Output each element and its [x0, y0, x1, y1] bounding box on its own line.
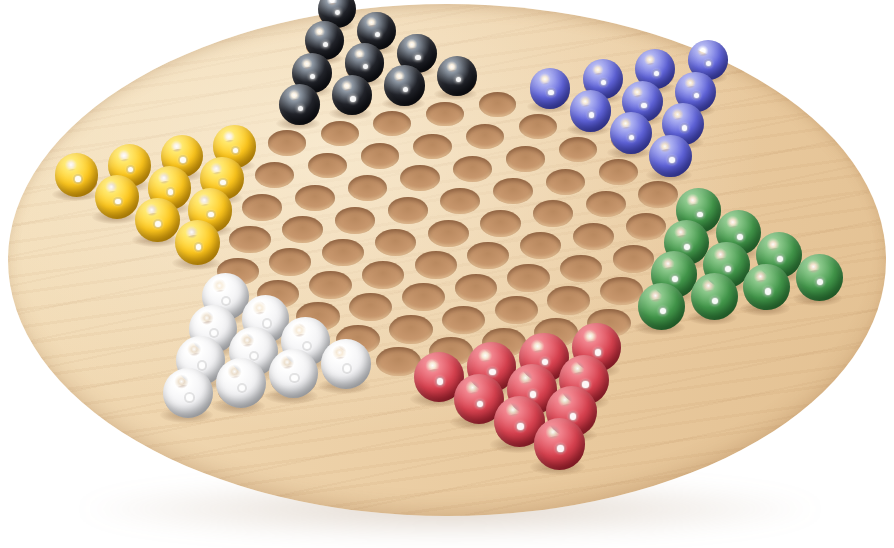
reflection-dot — [737, 234, 743, 240]
reflection-dot — [350, 96, 355, 101]
marble-green[interactable] — [691, 273, 738, 320]
reflection-dot — [335, 10, 340, 15]
hole[interactable] — [586, 191, 626, 218]
reflection-dot — [682, 125, 687, 130]
reflection-dot — [186, 394, 193, 401]
reflection-dot — [530, 391, 537, 398]
hole[interactable] — [638, 181, 678, 207]
hole[interactable] — [255, 162, 294, 188]
reflection-dot — [251, 353, 257, 359]
reflection-dot — [777, 256, 783, 262]
marble-black[interactable] — [437, 56, 477, 96]
reflection-dot — [363, 64, 368, 69]
reflection-dot — [155, 221, 161, 227]
reflection-dot — [180, 157, 186, 163]
reflection-dot — [582, 381, 588, 387]
reflection-dot — [694, 93, 699, 98]
hole[interactable] — [573, 223, 614, 250]
reflection-dot — [196, 244, 202, 250]
hole[interactable] — [322, 239, 364, 266]
reflection-dot — [725, 266, 731, 272]
hole[interactable] — [626, 213, 667, 240]
hole[interactable] — [495, 296, 538, 325]
hole[interactable] — [309, 271, 352, 299]
hole[interactable] — [413, 134, 452, 159]
reflection-dot — [817, 279, 823, 285]
hole[interactable] — [493, 178, 533, 204]
hole[interactable] — [453, 156, 492, 182]
reflection-dot — [220, 180, 226, 186]
marble-yellow[interactable] — [55, 153, 98, 196]
hole[interactable] — [520, 232, 561, 259]
reflection-dot — [208, 212, 214, 218]
reflection-dot — [304, 343, 310, 349]
reflection-dot — [706, 61, 711, 66]
reflection-dot — [712, 298, 718, 304]
marble-blue[interactable] — [649, 135, 692, 178]
hole[interactable] — [519, 114, 557, 139]
hole[interactable] — [600, 277, 643, 305]
reflection-dot — [629, 135, 634, 140]
hole[interactable] — [308, 153, 347, 179]
reflection-dot — [344, 365, 350, 371]
reflection-dot — [239, 385, 246, 392]
reflection-dot — [672, 276, 678, 282]
marble-white[interactable] — [269, 349, 319, 399]
marble-black[interactable] — [384, 65, 425, 106]
hole[interactable] — [546, 169, 586, 195]
hole[interactable] — [415, 251, 457, 279]
reflection-dot — [211, 330, 217, 336]
reflection-dot — [415, 55, 420, 60]
hole[interactable] — [547, 286, 590, 314]
reflection-dot — [697, 212, 703, 218]
hole[interactable] — [269, 248, 311, 276]
hole[interactable] — [373, 111, 411, 136]
reflection-dot — [403, 87, 408, 92]
reflection-dot — [548, 90, 553, 95]
hole[interactable] — [466, 124, 504, 149]
marble-yellow[interactable] — [175, 220, 221, 266]
hole[interactable] — [295, 185, 335, 211]
reflection-dot — [456, 77, 461, 82]
hole[interactable] — [400, 165, 439, 191]
reflection-dot — [595, 349, 601, 355]
reflection-dot — [641, 103, 646, 108]
hole[interactable] — [426, 102, 464, 127]
hole[interactable] — [479, 92, 516, 117]
hole[interactable] — [402, 283, 445, 311]
reflection-dot — [589, 112, 594, 117]
hole[interactable] — [348, 175, 388, 201]
reflection-dot — [684, 244, 690, 250]
hole[interactable] — [389, 315, 433, 344]
reflection-dot — [765, 288, 771, 294]
hole[interactable] — [229, 226, 270, 253]
reflection-dot — [128, 167, 134, 173]
marble-blue[interactable] — [530, 68, 571, 109]
marble-red[interactable] — [534, 418, 586, 470]
hole[interactable] — [467, 242, 509, 269]
reflection-dot — [323, 42, 328, 47]
reflection-dot — [168, 189, 174, 195]
hole[interactable] — [362, 261, 404, 289]
chinese-checkers-board — [0, 0, 894, 548]
hole[interactable] — [440, 188, 480, 214]
reflection-dot — [115, 199, 121, 205]
reflection-dot — [557, 445, 564, 452]
reflection-dot — [437, 378, 443, 384]
marble-green[interactable] — [743, 264, 790, 311]
hole[interactable] — [268, 130, 306, 155]
hole[interactable] — [242, 194, 282, 221]
hole[interactable] — [321, 121, 359, 146]
marble-black[interactable] — [279, 84, 320, 125]
hole[interactable] — [361, 143, 400, 169]
reflection-dot — [489, 369, 495, 375]
marble-white[interactable] — [321, 339, 370, 388]
hole[interactable] — [349, 293, 392, 321]
reflection-dot — [199, 362, 205, 368]
reflection-dot — [310, 74, 315, 79]
reflection-dot — [601, 80, 606, 85]
hole[interactable] — [388, 197, 428, 224]
marble-blue[interactable] — [610, 112, 652, 154]
reflection-dot — [517, 423, 524, 430]
reflection-dot — [477, 401, 484, 408]
hole[interactable] — [560, 255, 602, 283]
reflection-dot — [570, 413, 577, 420]
reflection-dot — [75, 176, 81, 182]
reflection-dot — [669, 157, 675, 163]
hole[interactable] — [335, 207, 376, 234]
reflection-dot — [660, 308, 666, 314]
hole[interactable] — [282, 216, 323, 243]
hole[interactable] — [375, 229, 416, 256]
reflection-dot — [233, 148, 239, 154]
hole[interactable] — [613, 245, 655, 273]
marble-green[interactable] — [796, 254, 843, 301]
hole[interactable] — [455, 274, 498, 302]
reflection-dot — [375, 32, 380, 37]
marble-white[interactable] — [216, 358, 266, 408]
marble-green[interactable] — [638, 283, 686, 331]
marble-yellow[interactable] — [135, 198, 180, 243]
reflection-dot — [542, 359, 548, 365]
reflection-dot — [223, 298, 229, 304]
hole[interactable] — [428, 220, 469, 247]
hole[interactable] — [599, 159, 638, 185]
hole[interactable] — [559, 137, 598, 162]
hole[interactable] — [480, 210, 521, 237]
hole[interactable] — [533, 200, 573, 227]
hole[interactable] — [506, 146, 545, 172]
product-photo-scene — [0, 0, 894, 548]
marble-white[interactable] — [163, 368, 213, 418]
hole[interactable] — [507, 264, 549, 292]
reflection-dot — [654, 71, 659, 76]
reflection-dot — [291, 375, 297, 381]
reflection-dot — [298, 106, 303, 111]
reflection-dot — [264, 320, 270, 326]
hole[interactable] — [442, 306, 486, 335]
marble-blue[interactable] — [570, 90, 611, 131]
